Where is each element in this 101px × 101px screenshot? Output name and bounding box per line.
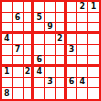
cell-r9c7[interactable] (67, 88, 78, 99)
cell-r3c1[interactable] (2, 23, 13, 34)
cell-r5c2[interactable]: 7 (13, 45, 24, 56)
cell-r9c2[interactable] (13, 88, 24, 99)
cell-r8c9[interactable] (88, 78, 99, 89)
cell-r9c4[interactable] (34, 88, 45, 99)
cell-r9c3[interactable] (24, 88, 35, 99)
cell-r3c9[interactable] (88, 23, 99, 34)
cell-r3c7[interactable] (67, 23, 78, 34)
cell-r1c7[interactable] (67, 2, 78, 13)
cell-r1c2[interactable] (13, 2, 24, 13)
cell-r6c8[interactable] (77, 56, 88, 67)
cell-r6c6[interactable] (56, 56, 67, 67)
cell-r8c2[interactable] (13, 78, 24, 89)
cell-r7c3[interactable]: 2 (24, 67, 35, 78)
cell-r7c1[interactable]: 1 (2, 67, 13, 78)
cell-r8c6[interactable] (56, 78, 67, 89)
sudoku-board: 21659427361243648 (0, 0, 101, 101)
cell-r6c3[interactable] (24, 56, 35, 67)
cell-r1c5[interactable] (45, 2, 56, 13)
cell-r4c3[interactable] (24, 34, 35, 45)
cell-r5c9[interactable] (88, 45, 99, 56)
cell-r7c4[interactable]: 4 (34, 67, 45, 78)
cell-r9c5[interactable] (45, 88, 56, 99)
cell-r4c5[interactable] (45, 34, 56, 45)
cell-r8c4[interactable] (34, 78, 45, 89)
cell-r5c3[interactable] (24, 45, 35, 56)
cell-r6c1[interactable] (2, 56, 13, 67)
cell-r1c8[interactable]: 2 (77, 2, 88, 13)
cell-r8c3[interactable] (24, 78, 35, 89)
cell-r6c9[interactable] (88, 56, 99, 67)
cell-r9c1[interactable]: 8 (2, 88, 13, 99)
cell-r6c7[interactable] (67, 56, 78, 67)
cell-r8c8[interactable]: 4 (77, 78, 88, 89)
cell-r4c1[interactable]: 4 (2, 34, 13, 45)
cell-r1c4[interactable] (34, 2, 45, 13)
cell-r5c8[interactable] (77, 45, 88, 56)
cell-r4c6[interactable]: 2 (56, 34, 67, 45)
cell-r4c9[interactable] (88, 34, 99, 45)
cell-r1c3[interactable] (24, 2, 35, 13)
cell-r4c8[interactable] (77, 34, 88, 45)
cell-r7c7[interactable] (67, 67, 78, 78)
cell-r1c1[interactable] (2, 2, 13, 13)
cell-r5c6[interactable] (56, 45, 67, 56)
cell-r4c2[interactable] (13, 34, 24, 45)
cell-r7c5[interactable] (45, 67, 56, 78)
cell-r1c9[interactable]: 1 (88, 2, 99, 13)
cell-r9c6[interactable] (56, 88, 67, 99)
cell-r5c7[interactable]: 3 (67, 45, 78, 56)
cell-r2c7[interactable] (67, 13, 78, 24)
cell-r8c5[interactable]: 3 (45, 78, 56, 89)
cell-r2c3[interactable] (24, 13, 35, 24)
cell-r2c9[interactable] (88, 13, 99, 24)
cell-r9c9[interactable] (88, 88, 99, 99)
cell-r3c5[interactable]: 9 (45, 23, 56, 34)
cell-r9c8[interactable] (77, 88, 88, 99)
cell-r6c5[interactable] (45, 56, 56, 67)
cell-r3c2[interactable] (13, 23, 24, 34)
cell-r3c4[interactable] (34, 23, 45, 34)
cell-r6c4[interactable]: 6 (34, 56, 45, 67)
cell-r7c6[interactable] (56, 67, 67, 78)
cell-r2c2[interactable]: 6 (13, 13, 24, 24)
cell-r7c8[interactable] (77, 67, 88, 78)
cell-r6c2[interactable] (13, 56, 24, 67)
cell-r4c4[interactable] (34, 34, 45, 45)
cell-r3c6[interactable] (56, 23, 67, 34)
cell-r8c7[interactable]: 6 (67, 78, 78, 89)
cell-r2c1[interactable] (2, 13, 13, 24)
cell-r4c7[interactable] (67, 34, 78, 45)
cell-r7c9[interactable] (88, 67, 99, 78)
cell-r2c8[interactable] (77, 13, 88, 24)
cell-r1c6[interactable] (56, 2, 67, 13)
cell-r7c2[interactable] (13, 67, 24, 78)
cell-r2c4[interactable]: 5 (34, 13, 45, 24)
cell-r3c8[interactable] (77, 23, 88, 34)
cell-r5c5[interactable] (45, 45, 56, 56)
cell-r8c1[interactable] (2, 78, 13, 89)
cell-r2c6[interactable] (56, 13, 67, 24)
cell-r5c1[interactable] (2, 45, 13, 56)
cell-r3c3[interactable] (24, 23, 35, 34)
